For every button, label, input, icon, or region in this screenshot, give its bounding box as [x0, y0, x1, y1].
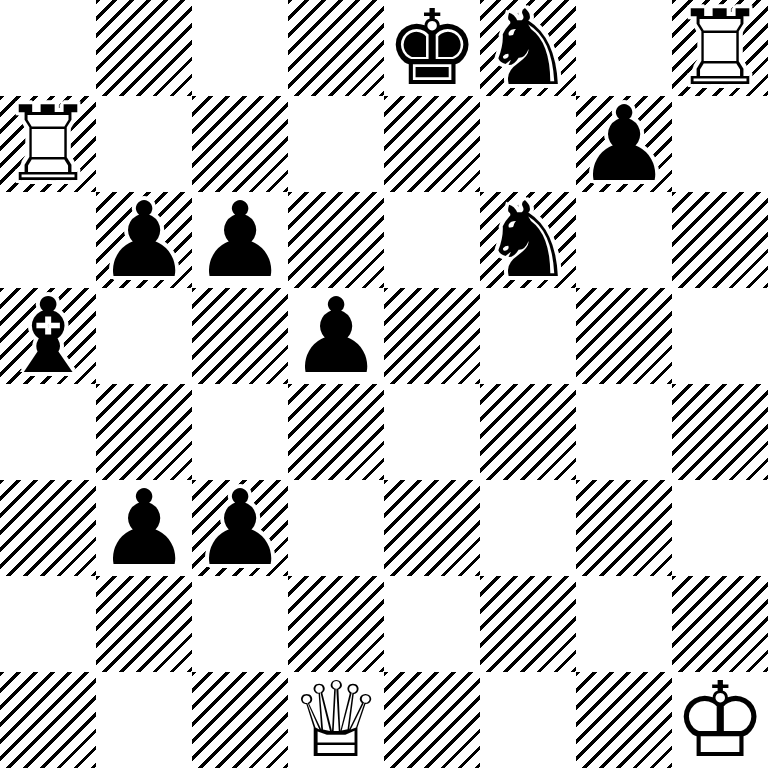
square-d8[interactable] [288, 0, 384, 96]
square-e6[interactable] [384, 192, 480, 288]
piece-black-pawn[interactable]: ♟♟ [192, 480, 288, 576]
square-g5[interactable] [576, 288, 672, 384]
piece-black-pawn[interactable]: ♟♟ [96, 480, 192, 576]
square-a4[interactable] [0, 384, 96, 480]
square-g4[interactable] [576, 384, 672, 480]
white-rook-icon: ♖ [0, 96, 96, 192]
chess-board: ♚♚♞♞♜♖♜♖♟♟♟♟♟♟♞♞♝♝♟♟♟♟♟♟♛♕♚♔ [0, 0, 768, 768]
black-knight-icon: ♞ [480, 192, 576, 288]
square-h3[interactable] [672, 480, 768, 576]
square-c1[interactable] [192, 672, 288, 768]
square-b3[interactable]: ♟♟ [96, 480, 192, 576]
square-f3[interactable] [480, 480, 576, 576]
square-e7[interactable] [384, 96, 480, 192]
square-h5[interactable] [672, 288, 768, 384]
piece-black-pawn[interactable]: ♟♟ [192, 192, 288, 288]
square-c6[interactable]: ♟♟ [192, 192, 288, 288]
white-queen-icon: ♕ [288, 672, 384, 768]
square-d6[interactable] [288, 192, 384, 288]
square-g3[interactable] [576, 480, 672, 576]
square-e1[interactable] [384, 672, 480, 768]
piece-black-knight[interactable]: ♞♞ [480, 0, 576, 96]
square-c4[interactable] [192, 384, 288, 480]
piece-white-rook[interactable]: ♜♖ [672, 0, 768, 96]
square-g1[interactable] [576, 672, 672, 768]
piece-black-pawn[interactable]: ♟♟ [576, 96, 672, 192]
square-c2[interactable] [192, 576, 288, 672]
square-g6[interactable] [576, 192, 672, 288]
piece-white-king[interactable]: ♚♔ [672, 672, 768, 768]
square-g8[interactable] [576, 0, 672, 96]
black-pawn-icon: ♟ [192, 192, 288, 288]
square-f8[interactable]: ♞♞ [480, 0, 576, 96]
square-d3[interactable] [288, 480, 384, 576]
square-h7[interactable] [672, 96, 768, 192]
black-pawn-icon: ♟ [96, 192, 192, 288]
square-e5[interactable] [384, 288, 480, 384]
square-f5[interactable] [480, 288, 576, 384]
square-f1[interactable] [480, 672, 576, 768]
square-d7[interactable] [288, 96, 384, 192]
square-d4[interactable] [288, 384, 384, 480]
square-b4[interactable] [96, 384, 192, 480]
square-h1[interactable]: ♚♔ [672, 672, 768, 768]
piece-white-queen[interactable]: ♛♕ [288, 672, 384, 768]
square-h6[interactable] [672, 192, 768, 288]
square-a3[interactable] [0, 480, 96, 576]
square-c3[interactable]: ♟♟ [192, 480, 288, 576]
black-pawn-icon: ♟ [576, 96, 672, 192]
square-g2[interactable] [576, 576, 672, 672]
piece-black-pawn[interactable]: ♟♟ [288, 288, 384, 384]
square-b6[interactable]: ♟♟ [96, 192, 192, 288]
square-d1[interactable]: ♛♕ [288, 672, 384, 768]
square-c7[interactable] [192, 96, 288, 192]
square-e3[interactable] [384, 480, 480, 576]
square-b2[interactable] [96, 576, 192, 672]
square-f7[interactable] [480, 96, 576, 192]
square-c8[interactable] [192, 0, 288, 96]
black-knight-icon: ♞ [480, 0, 576, 96]
black-king-icon: ♚ [384, 0, 480, 96]
square-a8[interactable] [0, 0, 96, 96]
square-h4[interactable] [672, 384, 768, 480]
square-b1[interactable] [96, 672, 192, 768]
white-rook-icon: ♖ [672, 0, 768, 96]
square-a1[interactable] [0, 672, 96, 768]
black-pawn-icon: ♟ [96, 480, 192, 576]
square-a7[interactable]: ♜♖ [0, 96, 96, 192]
square-e4[interactable] [384, 384, 480, 480]
square-e8[interactable]: ♚♚ [384, 0, 480, 96]
square-d2[interactable] [288, 576, 384, 672]
square-f2[interactable] [480, 576, 576, 672]
square-h2[interactable] [672, 576, 768, 672]
black-pawn-icon: ♟ [192, 480, 288, 576]
square-e2[interactable] [384, 576, 480, 672]
square-b7[interactable] [96, 96, 192, 192]
square-f4[interactable] [480, 384, 576, 480]
square-a5[interactable]: ♝♝ [0, 288, 96, 384]
square-f6[interactable]: ♞♞ [480, 192, 576, 288]
square-c5[interactable] [192, 288, 288, 384]
black-bishop-icon: ♝ [0, 288, 96, 384]
square-g7[interactable]: ♟♟ [576, 96, 672, 192]
square-b8[interactable] [96, 0, 192, 96]
square-h8[interactable]: ♜♖ [672, 0, 768, 96]
white-king-icon: ♔ [672, 672, 768, 768]
piece-black-king[interactable]: ♚♚ [384, 0, 480, 96]
square-a6[interactable] [0, 192, 96, 288]
piece-black-knight[interactable]: ♞♞ [480, 192, 576, 288]
square-a2[interactable] [0, 576, 96, 672]
piece-black-bishop[interactable]: ♝♝ [0, 288, 96, 384]
square-b5[interactable] [96, 288, 192, 384]
black-pawn-icon: ♟ [288, 288, 384, 384]
piece-black-pawn[interactable]: ♟♟ [96, 192, 192, 288]
square-d5[interactable]: ♟♟ [288, 288, 384, 384]
piece-white-rook[interactable]: ♜♖ [0, 96, 96, 192]
